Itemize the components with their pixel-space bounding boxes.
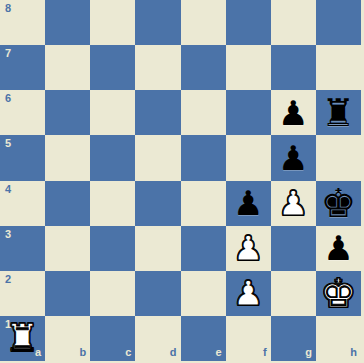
piece-white-pawn[interactable]: ♟ [271,181,316,226]
square-d6[interactable] [135,90,180,135]
square-g8[interactable] [271,0,316,45]
square-d2[interactable] [135,271,180,316]
square-h5[interactable] [316,135,361,180]
square-g6[interactable]: ♟ [271,90,316,135]
square-g2[interactable] [271,271,316,316]
rank-label-2: 2 [5,274,11,285]
square-c3[interactable] [90,226,135,271]
chess-board: 876♟♜5♟4♟♟♚3♟♟2♟♚1a♜bcdefgh [0,0,364,363]
square-b6[interactable] [45,90,90,135]
square-g4[interactable]: ♟ [271,181,316,226]
square-h4[interactable]: ♚ [316,181,361,226]
square-d8[interactable] [135,0,180,45]
square-h7[interactable] [316,45,361,90]
square-c1[interactable]: c [90,316,135,361]
square-e6[interactable] [181,90,226,135]
square-f7[interactable] [226,45,271,90]
square-a5[interactable]: 5 [0,135,45,180]
square-g3[interactable] [271,226,316,271]
file-label-b: b [80,347,87,358]
square-h6[interactable]: ♜ [316,90,361,135]
square-b1[interactable]: b [45,316,90,361]
square-d1[interactable]: d [135,316,180,361]
square-h8[interactable] [316,0,361,45]
rank-label-8: 8 [5,3,11,14]
square-e2[interactable] [181,271,226,316]
file-label-c: c [125,347,131,358]
square-f2[interactable]: ♟ [226,271,271,316]
piece-black-king[interactable]: ♚ [316,181,361,226]
square-f1[interactable]: f [226,316,271,361]
square-a3[interactable]: 3 [0,226,45,271]
square-a1[interactable]: 1a♜ [0,316,45,361]
piece-black-pawn[interactable]: ♟ [316,226,361,271]
square-c5[interactable] [90,135,135,180]
file-label-h: h [350,347,357,358]
piece-black-pawn[interactable]: ♟ [226,181,271,226]
square-d4[interactable] [135,181,180,226]
rank-label-4: 4 [5,184,11,195]
square-e5[interactable] [181,135,226,180]
square-f4[interactable]: ♟ [226,181,271,226]
square-a4[interactable]: 4 [0,181,45,226]
piece-black-rook[interactable]: ♜ [316,90,361,135]
square-g1[interactable]: g [271,316,316,361]
square-h3[interactable]: ♟ [316,226,361,271]
square-d3[interactable] [135,226,180,271]
square-h1[interactable]: h [316,316,361,361]
square-b3[interactable] [45,226,90,271]
square-b8[interactable] [45,0,90,45]
square-e7[interactable] [181,45,226,90]
rank-label-5: 5 [5,138,11,149]
square-h2[interactable]: ♚ [316,271,361,316]
piece-white-pawn[interactable]: ♟ [226,271,271,316]
square-b5[interactable] [45,135,90,180]
rank-label-7: 7 [5,48,11,59]
file-label-f: f [263,347,267,358]
square-f5[interactable] [226,135,271,180]
square-c2[interactable] [90,271,135,316]
board-grid: 876♟♜5♟4♟♟♚3♟♟2♟♚1a♜bcdefgh [0,0,361,361]
square-g5[interactable]: ♟ [271,135,316,180]
square-c4[interactable] [90,181,135,226]
square-c8[interactable] [90,0,135,45]
square-a8[interactable]: 8 [0,0,45,45]
square-c6[interactable] [90,90,135,135]
square-g7[interactable] [271,45,316,90]
file-label-d: d [170,347,177,358]
piece-white-king[interactable]: ♚ [316,271,361,316]
square-e3[interactable] [181,226,226,271]
piece-black-pawn[interactable]: ♟ [271,90,316,135]
square-d5[interactable] [135,135,180,180]
square-e1[interactable]: e [181,316,226,361]
square-e4[interactable] [181,181,226,226]
square-a7[interactable]: 7 [0,45,45,90]
square-c7[interactable] [90,45,135,90]
square-f8[interactable] [226,0,271,45]
rank-label-3: 3 [5,229,11,240]
file-label-g: g [305,347,312,358]
square-a6[interactable]: 6 [0,90,45,135]
piece-black-pawn[interactable]: ♟ [271,135,316,180]
square-d7[interactable] [135,45,180,90]
square-b4[interactable] [45,181,90,226]
rank-label-6: 6 [5,93,11,104]
square-b2[interactable] [45,271,90,316]
square-a2[interactable]: 2 [0,271,45,316]
square-e8[interactable] [181,0,226,45]
square-f6[interactable] [226,90,271,135]
square-b7[interactable] [45,45,90,90]
piece-white-rook[interactable]: ♜ [0,316,45,361]
file-label-e: e [216,347,222,358]
piece-white-pawn[interactable]: ♟ [226,226,271,271]
square-f3[interactable]: ♟ [226,226,271,271]
